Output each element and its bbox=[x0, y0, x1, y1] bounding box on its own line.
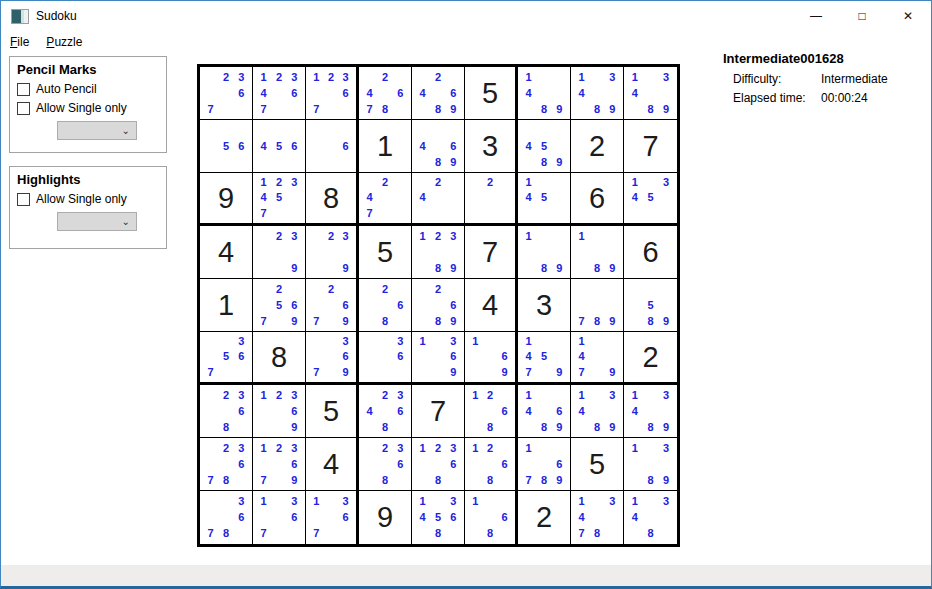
cell-r4c7[interactable]: 189 bbox=[518, 226, 571, 279]
cell-r7c8[interactable]: 13489 bbox=[571, 385, 624, 438]
pencil-empty-slot bbox=[627, 526, 643, 542]
cell-r5c7[interactable]: 3 bbox=[518, 279, 571, 332]
pencil-empty-slot bbox=[271, 154, 286, 170]
pencil-empty-slot bbox=[552, 69, 567, 85]
cell-r2c2[interactable]: 456 bbox=[253, 120, 306, 173]
pencil-empty-slot bbox=[338, 526, 353, 542]
pencil-empty-slot bbox=[218, 509, 233, 525]
pencil-empty-slot bbox=[218, 85, 233, 101]
cell-r2c8[interactable]: 2 bbox=[571, 120, 624, 173]
pencil-empty-slot bbox=[643, 175, 659, 190]
pencil-empty-slot bbox=[446, 472, 461, 488]
cell-r8c4[interactable]: 2368 bbox=[359, 438, 412, 491]
pencil-empty-slot bbox=[430, 493, 445, 509]
cell-r3c2[interactable]: 123457 bbox=[253, 173, 306, 226]
pencil-digit-3: 3 bbox=[287, 69, 302, 85]
allow-single-checkbox[interactable] bbox=[17, 102, 30, 115]
pencil-empty-slot bbox=[271, 526, 286, 542]
cell-r5c9[interactable]: 589 bbox=[624, 279, 677, 332]
pencil-empty-slot bbox=[218, 403, 233, 419]
pencil-marks: 23468 bbox=[362, 387, 408, 435]
pencil-digit-4: 4 bbox=[627, 509, 643, 525]
cell-r7c6[interactable]: 1268 bbox=[465, 385, 518, 438]
cell-r2c1[interactable]: 56 bbox=[200, 120, 253, 173]
pencil-digit-3: 3 bbox=[338, 69, 353, 85]
pencil-digit-1: 1 bbox=[627, 440, 643, 456]
cell-r6c2[interactable]: 8 bbox=[253, 332, 306, 385]
pencil-empty-slot bbox=[605, 509, 620, 525]
pencil-digit-3: 3 bbox=[605, 493, 620, 509]
pencil-digit-9: 9 bbox=[658, 313, 674, 329]
cell-r1c4[interactable]: 24678 bbox=[359, 67, 412, 120]
cell-r7c3[interactable]: 5 bbox=[306, 385, 359, 438]
cell-r5c6[interactable]: 4 bbox=[465, 279, 518, 332]
pencil-empty-slot bbox=[218, 365, 233, 380]
pencil-digit-1: 1 bbox=[521, 387, 536, 403]
pencil-digit-7: 7 bbox=[309, 313, 324, 329]
pencil-digit-1: 1 bbox=[468, 334, 483, 349]
pencil-empty-slot bbox=[552, 440, 567, 456]
pencil-marks: 2 bbox=[468, 175, 512, 221]
pencil-empty-slot bbox=[468, 365, 483, 380]
cell-r9c9[interactable]: 1348 bbox=[624, 491, 677, 544]
pencil-digit-1: 1 bbox=[574, 387, 589, 403]
cell-r6c1[interactable]: 3567 bbox=[200, 332, 253, 385]
cell-r8c3[interactable]: 4 bbox=[306, 438, 359, 491]
pencil-empty-slot bbox=[203, 85, 218, 101]
cell-r4c8[interactable]: 189 bbox=[571, 226, 624, 279]
elapsed-label: Elapsed time: bbox=[733, 91, 821, 105]
pencil-empty-slot bbox=[393, 313, 408, 329]
cell-r6c3[interactable]: 3679 bbox=[306, 332, 359, 385]
pencil-digit-8: 8 bbox=[589, 526, 604, 542]
pencil-empty-slot bbox=[203, 440, 218, 456]
close-button[interactable]: ✕ bbox=[885, 1, 931, 31]
given-digit: 4 bbox=[482, 289, 498, 322]
cell-r6c6[interactable]: 169 bbox=[465, 332, 518, 385]
given-digit: 5 bbox=[377, 236, 393, 269]
pencil-digit-8: 8 bbox=[218, 419, 233, 435]
pencil-empty-slot bbox=[627, 419, 643, 435]
pencil-digit-3: 3 bbox=[338, 228, 353, 244]
puzzle-name: Intermediate001628 bbox=[723, 51, 923, 66]
pencil-digit-6: 6 bbox=[287, 85, 302, 101]
pencil-digit-5: 5 bbox=[271, 297, 286, 313]
pencil-digit-6: 6 bbox=[446, 297, 461, 313]
cell-r1c2[interactable]: 123467 bbox=[253, 67, 306, 120]
pencil-digit-2: 2 bbox=[218, 387, 233, 403]
cell-r1c6[interactable]: 5 bbox=[465, 67, 518, 120]
pencil-digit-6: 6 bbox=[497, 349, 512, 364]
cell-r7c5[interactable]: 7 bbox=[412, 385, 465, 438]
elapsed-value: 00:00:24 bbox=[821, 91, 923, 105]
pencil-empty-slot bbox=[377, 190, 392, 205]
pencil-empty-slot bbox=[309, 85, 324, 101]
cell-r2c3[interactable]: 6 bbox=[306, 120, 359, 173]
pencil-digit-3: 3 bbox=[658, 440, 674, 456]
pencil-digit-3: 3 bbox=[234, 69, 249, 85]
pencil-empty-slot bbox=[643, 387, 659, 403]
cell-r6c9[interactable]: 2 bbox=[624, 332, 677, 385]
pencil-empty-slot bbox=[362, 175, 377, 190]
elapsed-row: Elapsed time: 00:00:24 bbox=[723, 91, 923, 105]
pencil-empty-slot bbox=[324, 138, 339, 154]
cell-r4c4[interactable]: 5 bbox=[359, 226, 412, 279]
cell-r1c1[interactable]: 2367 bbox=[200, 67, 253, 120]
pencil-marks: 36 bbox=[362, 334, 408, 380]
cell-r9c4[interactable]: 9 bbox=[359, 491, 412, 544]
pencil-empty-slot bbox=[552, 228, 567, 244]
pencil-digit-8: 8 bbox=[536, 260, 551, 276]
pencil-empty-slot bbox=[627, 297, 643, 313]
pencil-empty-slot bbox=[468, 403, 483, 419]
pencil-marks: 16789 bbox=[521, 440, 567, 488]
pencil-digit-7: 7 bbox=[521, 365, 536, 380]
pencil-marks: 589 bbox=[627, 281, 674, 329]
pencil-digit-6: 6 bbox=[234, 403, 249, 419]
pencil-digit-4: 4 bbox=[521, 138, 536, 154]
pencil-digit-3: 3 bbox=[446, 493, 461, 509]
highlights-title: Highlights bbox=[17, 172, 159, 187]
cell-r5c1[interactable]: 1 bbox=[200, 279, 253, 332]
cell-r7c1[interactable]: 2368 bbox=[200, 385, 253, 438]
pencil-empty-slot bbox=[415, 260, 430, 276]
pencil-empty-slot bbox=[218, 456, 233, 472]
pencil-marks: 13478 bbox=[574, 493, 620, 542]
pencil-empty-slot bbox=[309, 260, 324, 276]
pencil-empty-slot bbox=[287, 206, 302, 221]
cell-r5c8[interactable]: 789 bbox=[571, 279, 624, 332]
cell-r4c2[interactable]: 239 bbox=[253, 226, 306, 279]
highlights-dropdown[interactable]: ⌄ bbox=[57, 212, 137, 231]
cell-r9c1[interactable]: 3678 bbox=[200, 491, 253, 544]
pencil-digit-8: 8 bbox=[377, 419, 392, 435]
pencil-marks: 14579 bbox=[521, 334, 567, 380]
pencil-digit-9: 9 bbox=[338, 313, 353, 329]
cell-r7c4[interactable]: 23468 bbox=[359, 385, 412, 438]
cell-r8c6[interactable]: 1268 bbox=[465, 438, 518, 491]
pencil-empty-slot bbox=[234, 101, 249, 117]
pencil-digit-4: 4 bbox=[627, 85, 643, 101]
pencil-empty-slot bbox=[324, 349, 339, 364]
pencil-digit-9: 9 bbox=[658, 101, 674, 117]
pencil-empty-slot bbox=[377, 403, 392, 419]
pencil-marks: 4589 bbox=[521, 122, 567, 170]
pencil-digit-3: 3 bbox=[393, 440, 408, 456]
cell-r3c6[interactable]: 2 bbox=[465, 173, 518, 226]
cell-r1c5[interactable]: 24689 bbox=[412, 67, 465, 120]
pencil-empty-slot bbox=[658, 403, 674, 419]
pencil-digit-7: 7 bbox=[309, 365, 324, 380]
title-bar: Sudoku — □ ✕ bbox=[1, 1, 931, 31]
maximize-button[interactable]: □ bbox=[839, 1, 885, 31]
pencil-empty-slot bbox=[218, 154, 233, 170]
pencil-empty-slot bbox=[643, 509, 659, 525]
pencil-empty-slot bbox=[574, 260, 589, 276]
pencil-digit-6: 6 bbox=[287, 456, 302, 472]
cell-r3c9[interactable]: 1345 bbox=[624, 173, 677, 226]
highlights-allow-single-checkbox[interactable] bbox=[17, 193, 30, 206]
pencil-digit-5: 5 bbox=[271, 138, 286, 154]
pencil-marks: 3679 bbox=[309, 334, 353, 380]
cell-r1c9[interactable]: 13489 bbox=[624, 67, 677, 120]
pencil-empty-slot bbox=[377, 297, 392, 313]
given-digit: 4 bbox=[218, 236, 234, 269]
pencil-marks: 1367 bbox=[256, 493, 302, 542]
pencil-empty-slot bbox=[483, 190, 498, 205]
pencil-digit-3: 3 bbox=[338, 493, 353, 509]
pencil-digit-3: 3 bbox=[446, 228, 461, 244]
pencil-empty-slot bbox=[338, 154, 353, 170]
cell-r1c3[interactable]: 12367 bbox=[306, 67, 359, 120]
cell-r3c5[interactable]: 24 bbox=[412, 173, 465, 226]
pencil-digit-4: 4 bbox=[521, 349, 536, 364]
cell-r4c6[interactable]: 7 bbox=[465, 226, 518, 279]
pencil-empty-slot bbox=[287, 101, 302, 117]
pencil-marks: 123679 bbox=[256, 440, 302, 488]
pencil-marks: 189 bbox=[521, 228, 567, 276]
cell-r9c6[interactable]: 168 bbox=[465, 491, 518, 544]
pencil-digit-7: 7 bbox=[256, 101, 271, 117]
cell-r5c5[interactable]: 2689 bbox=[412, 279, 465, 332]
app-window: Sudoku — □ ✕ File Puzzle Pencil Marks Au… bbox=[0, 0, 932, 589]
pencil-empty-slot bbox=[643, 456, 659, 472]
pencil-digit-2: 2 bbox=[377, 69, 392, 85]
given-digit: 5 bbox=[323, 395, 339, 428]
pencil-digit-6: 6 bbox=[446, 349, 461, 364]
cell-r3c7[interactable]: 145 bbox=[518, 173, 571, 226]
pencil-digit-3: 3 bbox=[234, 493, 249, 509]
pencil-empty-slot bbox=[271, 260, 286, 276]
pencil-empty-slot bbox=[483, 403, 498, 419]
pencil-digit-1: 1 bbox=[468, 387, 483, 403]
pencil-marks: 14689 bbox=[521, 387, 567, 435]
pencil-digit-8: 8 bbox=[536, 101, 551, 117]
pencil-empty-slot bbox=[497, 387, 512, 403]
pencil-digit-2: 2 bbox=[430, 228, 445, 244]
cell-r7c2[interactable]: 12369 bbox=[253, 385, 306, 438]
cell-r6c7[interactable]: 14579 bbox=[518, 332, 571, 385]
pencil-empty-slot bbox=[203, 509, 218, 525]
pencil-empty-slot bbox=[521, 260, 536, 276]
cell-r3c1[interactable]: 9 bbox=[200, 173, 253, 226]
pencil-digit-1: 1 bbox=[415, 493, 430, 509]
cell-r6c4[interactable]: 36 bbox=[359, 332, 412, 385]
pencil-marks: 25679 bbox=[256, 281, 302, 329]
pencil-digit-4: 4 bbox=[574, 403, 589, 419]
pencil-empty-slot bbox=[627, 472, 643, 488]
pencil-digit-6: 6 bbox=[446, 138, 461, 154]
pencil-empty-slot bbox=[658, 509, 674, 525]
cell-r8c8[interactable]: 5 bbox=[571, 438, 624, 491]
cell-r8c5[interactable]: 12368 bbox=[412, 438, 465, 491]
pencil-empty-slot bbox=[415, 456, 430, 472]
cell-r8c1[interactable]: 23678 bbox=[200, 438, 253, 491]
pencil-digit-1: 1 bbox=[256, 493, 271, 509]
pencil-digit-9: 9 bbox=[552, 365, 567, 380]
cell-r3c8[interactable]: 6 bbox=[571, 173, 624, 226]
cell-r1c7[interactable]: 1489 bbox=[518, 67, 571, 120]
pencil-marks: 2368 bbox=[203, 387, 249, 435]
pencil-digit-9: 9 bbox=[605, 419, 620, 435]
pencil-digit-8: 8 bbox=[589, 260, 604, 276]
pencil-digit-2: 2 bbox=[271, 281, 286, 297]
cell-r2c4[interactable]: 1 bbox=[359, 120, 412, 173]
pencil-empty-slot bbox=[536, 85, 551, 101]
cell-r9c5[interactable]: 134568 bbox=[412, 491, 465, 544]
pencil-empty-slot bbox=[497, 472, 512, 488]
pencil-empty-slot bbox=[552, 85, 567, 101]
pencil-digit-5: 5 bbox=[271, 190, 286, 205]
pencil-empty-slot bbox=[415, 175, 430, 190]
pencil-empty-slot bbox=[552, 206, 567, 221]
pencil-empty-slot bbox=[309, 334, 324, 349]
pencil-empty-slot bbox=[393, 472, 408, 488]
cell-r4c5[interactable]: 12389 bbox=[412, 226, 465, 279]
pencil-empty-slot bbox=[362, 387, 377, 403]
pencil-digit-8: 8 bbox=[643, 472, 659, 488]
cell-r6c8[interactable]: 1479 bbox=[571, 332, 624, 385]
cell-r2c9[interactable]: 7 bbox=[624, 120, 677, 173]
pencil-empty-slot bbox=[377, 365, 392, 380]
cell-r2c7[interactable]: 4589 bbox=[518, 120, 571, 173]
pencil-empty-slot bbox=[234, 122, 249, 138]
cell-r5c4[interactable]: 268 bbox=[359, 279, 412, 332]
cell-r3c3[interactable]: 8 bbox=[306, 173, 359, 226]
cell-r8c2[interactable]: 123679 bbox=[253, 438, 306, 491]
pencil-digit-9: 9 bbox=[446, 313, 461, 329]
cell-r5c2[interactable]: 25679 bbox=[253, 279, 306, 332]
pencil-empty-slot bbox=[497, 190, 512, 205]
pencil-digit-9: 9 bbox=[552, 472, 567, 488]
cell-r9c3[interactable]: 1367 bbox=[306, 491, 359, 544]
pencil-empty-slot bbox=[287, 154, 302, 170]
pencil-empty-slot bbox=[468, 526, 483, 542]
given-digit: 5 bbox=[589, 448, 605, 481]
pencil-digit-2: 2 bbox=[271, 228, 286, 244]
pencil-empty-slot bbox=[589, 387, 604, 403]
pencil-digit-6: 6 bbox=[287, 509, 302, 525]
pencil-marks: 3567 bbox=[203, 334, 249, 380]
pencil-marks: 1268 bbox=[468, 440, 512, 488]
pencil-marks: 6 bbox=[309, 122, 353, 170]
pencil-empty-slot bbox=[497, 493, 512, 509]
cell-r4c3[interactable]: 239 bbox=[306, 226, 359, 279]
pencil-digit-8: 8 bbox=[589, 419, 604, 435]
pencil-digit-1: 1 bbox=[256, 387, 271, 403]
cell-r9c2[interactable]: 1367 bbox=[253, 491, 306, 544]
pencil-marks: 123467 bbox=[256, 69, 302, 117]
pencil-marks: 145 bbox=[521, 175, 567, 221]
pencil-empty-slot bbox=[203, 403, 218, 419]
cell-r2c5[interactable]: 4689 bbox=[412, 120, 465, 173]
pencil-marks: 1367 bbox=[309, 493, 353, 542]
cell-r8c7[interactable]: 16789 bbox=[518, 438, 571, 491]
cell-r7c9[interactable]: 13489 bbox=[624, 385, 677, 438]
pencil-empty-slot bbox=[552, 334, 567, 349]
pencil-digit-7: 7 bbox=[362, 206, 377, 221]
pencil-empty-slot bbox=[271, 403, 286, 419]
pencil-digit-1: 1 bbox=[256, 69, 271, 85]
pencil-empty-slot bbox=[430, 85, 445, 101]
cell-r7c7[interactable]: 14689 bbox=[518, 385, 571, 438]
pencil-empty-slot bbox=[287, 526, 302, 542]
pencil-digit-3: 3 bbox=[287, 440, 302, 456]
given-digit: 7 bbox=[642, 130, 658, 163]
pencil-digit-9: 9 bbox=[287, 260, 302, 276]
pencil-digit-7: 7 bbox=[574, 526, 589, 542]
pencil-empty-slot bbox=[256, 419, 271, 435]
pencil-digit-8: 8 bbox=[377, 101, 392, 117]
cell-r9c7[interactable]: 2 bbox=[518, 491, 571, 544]
pencil-marks: 13489 bbox=[627, 387, 674, 435]
pencil-empty-slot bbox=[643, 85, 659, 101]
pencil-empty-slot bbox=[552, 387, 567, 403]
cell-r4c1[interactable]: 4 bbox=[200, 226, 253, 279]
pencil-digit-6: 6 bbox=[446, 509, 461, 525]
pencil-digit-5: 5 bbox=[536, 138, 551, 154]
pencil-digit-5: 5 bbox=[218, 349, 233, 364]
pencil-digit-8: 8 bbox=[643, 526, 659, 542]
pencil-empty-slot bbox=[627, 456, 643, 472]
pencil-digit-6: 6 bbox=[234, 509, 249, 525]
pencil-digit-9: 9 bbox=[658, 419, 674, 435]
pencil-empty-slot bbox=[271, 509, 286, 525]
cell-r5c3[interactable]: 2679 bbox=[306, 279, 359, 332]
pencil-empty-slot bbox=[309, 138, 324, 154]
pencil-marks-dropdown[interactable]: ⌄ bbox=[57, 121, 137, 140]
menu-puzzle[interactable]: Puzzle bbox=[38, 32, 90, 52]
cell-r3c4[interactable]: 247 bbox=[359, 173, 412, 226]
cell-r9c8[interactable]: 13478 bbox=[571, 491, 624, 544]
cell-r6c5[interactable]: 1369 bbox=[412, 332, 465, 385]
pencil-empty-slot bbox=[536, 228, 551, 244]
menu-file[interactable]: File bbox=[2, 32, 37, 52]
cell-r2c6[interactable]: 3 bbox=[465, 120, 518, 173]
pencil-digit-7: 7 bbox=[203, 472, 218, 488]
pencil-empty-slot bbox=[430, 365, 445, 380]
pencil-empty-slot bbox=[627, 281, 643, 297]
pencil-empty-slot bbox=[536, 387, 551, 403]
pencil-digit-2: 2 bbox=[430, 69, 445, 85]
pencil-digit-6: 6 bbox=[287, 138, 302, 154]
pencil-digit-1: 1 bbox=[627, 69, 643, 85]
cell-r4c9[interactable]: 6 bbox=[624, 226, 677, 279]
cell-r1c8[interactable]: 13489 bbox=[571, 67, 624, 120]
pencil-digit-3: 3 bbox=[393, 334, 408, 349]
cell-r8c9[interactable]: 1389 bbox=[624, 438, 677, 491]
pencil-empty-slot bbox=[324, 526, 339, 542]
puzzle-info-panel: Intermediate001628 Difficulty: Intermedi… bbox=[723, 51, 923, 105]
pencil-digit-8: 8 bbox=[536, 472, 551, 488]
pencil-digit-2: 2 bbox=[377, 440, 392, 456]
auto-pencil-checkbox[interactable] bbox=[17, 83, 30, 96]
pencil-marks: 13489 bbox=[574, 69, 620, 117]
pencil-empty-slot bbox=[658, 206, 674, 221]
pencil-empty-slot bbox=[552, 349, 567, 364]
pencil-marks: 247 bbox=[362, 175, 408, 221]
allow-single-label: Allow Single only bbox=[36, 101, 127, 115]
pencil-empty-slot bbox=[324, 334, 339, 349]
pencil-digit-1: 1 bbox=[574, 228, 589, 244]
minimize-button[interactable]: — bbox=[793, 1, 839, 31]
pencil-empty-slot bbox=[536, 244, 551, 260]
pencil-marks: 12389 bbox=[415, 228, 461, 276]
pencil-empty-slot bbox=[256, 244, 271, 260]
pencil-marks: 24678 bbox=[362, 69, 408, 117]
pencil-empty-slot bbox=[483, 206, 498, 221]
pencil-digit-4: 4 bbox=[574, 85, 589, 101]
